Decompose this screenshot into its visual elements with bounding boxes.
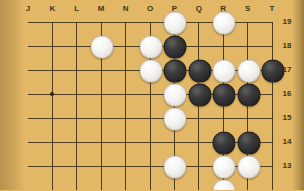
stone-black-Q16[interactable] (188, 84, 211, 107)
stone-white-R13[interactable] (213, 156, 236, 179)
go-board[interactable]: JKLMNOPQRST19181716151413 (0, 0, 304, 190)
stone-white-S13[interactable] (237, 156, 260, 179)
column-label-L: L (70, 4, 84, 14)
stone-white-R19[interactable] (213, 12, 236, 35)
stone-black-T17[interactable] (262, 60, 285, 83)
row-label-19: 19 (278, 17, 296, 27)
row-label-14: 14 (278, 137, 296, 147)
stone-white-O17[interactable] (140, 60, 163, 83)
column-label-S: S (241, 4, 255, 14)
column-label-T: T (265, 4, 279, 14)
grid-line-v-L (76, 22, 77, 191)
stone-black-S14[interactable] (237, 132, 260, 155)
grid-line-v-T (272, 22, 273, 191)
column-label-M: M (94, 4, 108, 14)
stone-white-R17[interactable] (213, 60, 236, 83)
stone-black-R16[interactable] (213, 84, 236, 107)
stone-white-R12[interactable] (213, 180, 236, 191)
star-point-K16 (50, 92, 54, 96)
stone-black-Q17[interactable] (188, 60, 211, 83)
column-label-J: J (21, 4, 35, 14)
stone-black-P18[interactable] (164, 36, 187, 59)
stone-white-P19[interactable] (164, 12, 187, 35)
row-label-15: 15 (278, 113, 296, 123)
grid-line-v-N (125, 22, 126, 191)
stone-black-P17[interactable] (164, 60, 187, 83)
stone-black-R14[interactable] (213, 132, 236, 155)
column-label-Q: Q (192, 4, 206, 14)
stone-white-P15[interactable] (164, 108, 187, 131)
board-left-edge-shade (0, 0, 26, 190)
column-label-O: O (143, 4, 157, 14)
stone-white-P13[interactable] (164, 156, 187, 179)
stone-white-S17[interactable] (237, 60, 260, 83)
column-label-N: N (119, 4, 133, 14)
stone-black-S16[interactable] (237, 84, 260, 107)
stone-white-M18[interactable] (91, 36, 114, 59)
row-label-13: 13 (278, 161, 296, 171)
grid-line-v-K (52, 22, 53, 191)
row-label-16: 16 (278, 89, 296, 99)
column-label-K: K (45, 4, 59, 14)
stone-white-O18[interactable] (140, 36, 163, 59)
row-label-18: 18 (278, 41, 296, 51)
stone-white-P16[interactable] (164, 84, 187, 107)
